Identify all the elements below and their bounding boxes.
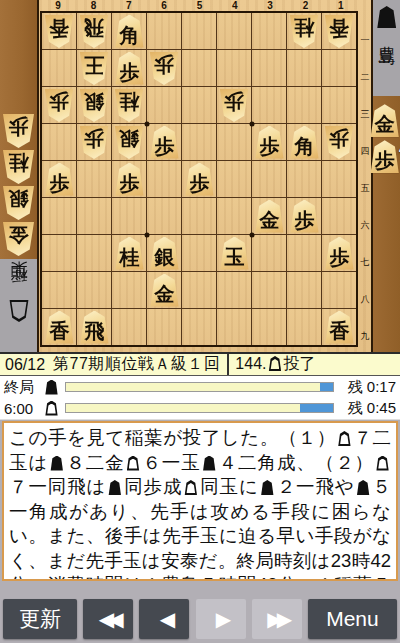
square-21: 桂 <box>287 13 321 49</box>
square-12 <box>322 50 356 86</box>
square-47: 玉 <box>217 235 251 271</box>
square-86 <box>77 198 111 234</box>
piece-pawn-sente: 歩 <box>370 140 400 173</box>
event-title: 第77期順位戦Ａ級１回 <box>53 354 220 375</box>
white-koma-icon <box>338 431 351 446</box>
time-remaining-fill <box>300 404 333 412</box>
gote-hand-pawn: 歩 <box>2 114 35 148</box>
square-37 <box>252 235 286 271</box>
star-point <box>250 233 255 238</box>
square-66 <box>147 198 181 234</box>
update-button[interactable]: 更新 <box>3 599 77 639</box>
current-move: 144.投了 <box>235 354 315 375</box>
piece-rook-sente: 飛 <box>79 311 109 344</box>
rank-label-9: 九 <box>358 318 371 355</box>
rank-label-1: 一 <box>358 22 371 59</box>
sente-player-name: 豊島 <box>375 32 398 38</box>
sente-hand-gold: 金 <box>374 104 400 137</box>
square-91: 香 <box>42 13 76 49</box>
file-label-5: 5 <box>182 0 217 11</box>
square-33 <box>252 87 286 123</box>
square-24: 角 <box>287 124 321 160</box>
square-44 <box>217 124 251 160</box>
piece-knight-gote: 桂 <box>114 89 144 122</box>
square-72: 歩 <box>112 50 146 86</box>
piece-pawn-gote: 歩 <box>79 126 109 159</box>
file-label-7: 7 <box>111 0 146 11</box>
fast-rewind-button[interactable]: ◀◀ <box>83 599 133 639</box>
square-31 <box>252 13 286 49</box>
rank-label-4: 四 <box>358 133 371 170</box>
time-remaining-text: 残 0:17 <box>342 378 396 397</box>
piece-king-gote: 王 <box>79 52 109 85</box>
piece-knight-gote: 桂 <box>289 15 319 48</box>
file-label-3: 3 <box>252 0 287 11</box>
piece-pawn-sente: 歩 <box>289 200 319 233</box>
square-26: 歩 <box>287 198 321 234</box>
sente-nameplate: 豊島 <box>375 6 399 38</box>
piece-gold-sente: 金 <box>254 200 284 233</box>
square-62: 歩 <box>147 50 181 86</box>
square-15 <box>322 161 356 197</box>
rank-label-6: 六 <box>358 207 371 244</box>
piece-pawn-gote: 歩 <box>324 126 354 159</box>
square-64: 歩 <box>147 124 181 160</box>
file-label-8: 8 <box>76 0 111 11</box>
piece-pawn-sente: 歩 <box>184 163 214 196</box>
piece-pawn-sente: 歩 <box>324 237 354 270</box>
square-59 <box>182 309 216 345</box>
square-65 <box>147 161 181 197</box>
square-61 <box>147 13 181 49</box>
square-48 <box>217 272 251 308</box>
piece-pawn-gote: 歩 <box>2 114 35 148</box>
step-back-button[interactable]: ◀ <box>139 599 189 639</box>
piece-rook-gote: 飛 <box>79 15 109 48</box>
square-95: 歩 <box>42 161 76 197</box>
square-82: 王 <box>77 50 111 86</box>
square-99: 香 <box>42 309 76 345</box>
step-forward-button[interactable]: ▶ <box>196 599 246 639</box>
square-43: 歩 <box>217 87 251 123</box>
square-81: 飛 <box>77 13 111 49</box>
clock-label: 6:00 <box>4 400 43 417</box>
square-19: 香 <box>322 309 356 345</box>
square-98 <box>42 272 76 308</box>
piece-lance-sente: 香 <box>324 311 354 344</box>
star-point <box>145 233 150 238</box>
square-34: 歩 <box>252 124 286 160</box>
white-koma-icon <box>45 401 58 416</box>
time-remaining-text: 残 0:45 <box>342 399 396 418</box>
black-koma-icon <box>108 480 121 495</box>
piece-lance-sente: 香 <box>44 311 74 344</box>
square-57 <box>182 235 216 271</box>
piece-bishop-sente: 角 <box>114 15 144 48</box>
square-49 <box>217 309 251 345</box>
piece-silver-gote: 銀 <box>2 186 35 220</box>
rank-label-3: 三 <box>358 96 371 133</box>
square-16 <box>322 198 356 234</box>
piece-pawn-sente: 歩 <box>44 163 74 196</box>
square-77: 桂 <box>112 235 146 271</box>
white-koma-icon <box>268 356 281 371</box>
gote-player-name: 稲葉 <box>7 290 30 296</box>
square-63 <box>147 87 181 123</box>
square-88 <box>77 272 111 308</box>
square-89: 飛 <box>77 309 111 345</box>
sente-hand-pawn: 歩4 <box>374 140 400 173</box>
piece-knight-sente: 桂 <box>114 237 144 270</box>
square-68: 金 <box>147 272 181 308</box>
time-used-bar <box>65 382 334 392</box>
square-69 <box>147 309 181 345</box>
square-18 <box>322 272 356 308</box>
black-koma-icon <box>377 6 397 28</box>
file-coordinates: 987654321 <box>40 0 358 11</box>
rank-label-7: 七 <box>358 244 371 281</box>
gote-hand-gold: 金 <box>2 222 35 256</box>
white-koma-icon <box>376 456 389 471</box>
clock-row-sente: 終局残 0:17 <box>0 378 400 396</box>
piece-gold-sente: 金 <box>149 274 179 307</box>
rank-label-2: 二 <box>358 59 371 96</box>
square-25 <box>287 161 321 197</box>
square-92 <box>42 50 76 86</box>
time-remaining-fill <box>320 383 333 391</box>
game-date: 06/12 <box>5 356 45 374</box>
square-27 <box>287 235 321 271</box>
square-32 <box>252 50 286 86</box>
gote-nameplate: 稲葉 <box>7 290 31 322</box>
board-wrap: 香飛角桂香王歩歩歩銀桂歩歩銀歩歩角歩歩歩歩金歩桂銀玉歩金香飛香 <box>40 11 358 355</box>
black-koma-icon <box>203 456 216 471</box>
commentary-text[interactable]: この手を見て稲葉が投了した。（１）７二玉は８二金６一玉４二角成、（２）７一同飛は… <box>2 421 398 581</box>
square-14: 歩 <box>322 124 356 160</box>
square-83: 銀 <box>77 87 111 123</box>
square-22 <box>287 50 321 86</box>
gote-captured-tray: 歩桂銀金 <box>0 0 37 259</box>
white-koma-icon <box>184 480 197 495</box>
square-11: 香 <box>322 13 356 49</box>
menu-button[interactable]: Menu <box>308 599 397 639</box>
clock-label: 終局 <box>4 378 43 397</box>
board-panel: 987654321 香飛角桂香王歩歩歩銀桂歩歩銀歩歩角歩歩歩歩金歩桂銀玉歩金香飛… <box>37 0 373 352</box>
gote-nameplate-area: 稲葉 <box>0 259 37 352</box>
square-58 <box>182 272 216 308</box>
square-74: 銀 <box>112 124 146 160</box>
toolbar: 更新◀◀◀▶▶▶Menu <box>0 581 400 643</box>
white-koma-icon <box>9 300 29 322</box>
time-used-bar <box>65 403 334 413</box>
rank-coordinates: 一二三四五六七八九 <box>358 22 371 355</box>
file-label-4: 4 <box>217 0 252 11</box>
file-label-6: 6 <box>146 0 181 11</box>
square-84: 歩 <box>77 124 111 160</box>
black-koma-icon <box>261 480 274 495</box>
square-67: 銀 <box>147 235 181 271</box>
piece-pawn-sente: 歩 <box>114 163 144 196</box>
fast-forward-button[interactable]: ▶▶ <box>252 599 302 639</box>
square-85 <box>77 161 111 197</box>
piece-pawn-sente: 歩 <box>254 126 284 159</box>
sente-nameplate-area: 豊島 <box>373 0 400 96</box>
square-55: 歩 <box>182 161 216 197</box>
white-koma-icon <box>127 456 140 471</box>
piece-pawn-sente: 歩 <box>149 126 179 159</box>
square-71: 角 <box>112 13 146 49</box>
square-53 <box>182 87 216 123</box>
clock-section: 終局残 0:176:00残 0:45 <box>0 376 400 420</box>
square-35 <box>252 161 286 197</box>
square-23 <box>287 87 321 123</box>
star-point <box>250 122 255 127</box>
square-73: 桂 <box>112 87 146 123</box>
square-41 <box>217 13 251 49</box>
square-75: 歩 <box>112 161 146 197</box>
square-52 <box>182 50 216 86</box>
shogi-board: 香飛角桂香王歩歩歩銀桂歩歩銀歩歩角歩歩歩歩金歩桂銀玉歩金香飛香 <box>40 11 358 347</box>
square-39 <box>252 309 286 345</box>
square-46 <box>217 198 251 234</box>
square-17: 歩 <box>322 235 356 271</box>
rank-label-8: 八 <box>358 281 371 318</box>
piece-pawn-gote: 歩 <box>149 52 179 85</box>
piece-silver-gote: 銀 <box>79 89 109 122</box>
piece-pawn-sente: 歩 <box>114 52 144 85</box>
square-45 <box>217 161 251 197</box>
piece-pawn-gote: 歩 <box>219 89 249 122</box>
square-78 <box>112 272 146 308</box>
rank-label-5: 五 <box>358 170 371 207</box>
square-79 <box>112 309 146 345</box>
piece-silver-sente: 銀 <box>149 237 179 270</box>
shogi-app-screen: 歩桂銀金 稲葉 987654321 香飛角桂香王歩歩歩銀桂歩歩銀歩歩角歩歩歩歩金… <box>0 0 400 643</box>
square-76 <box>112 198 146 234</box>
black-koma-icon <box>45 380 58 395</box>
square-51 <box>182 13 216 49</box>
square-97 <box>42 235 76 271</box>
gote-hand-knight: 桂 <box>2 150 35 184</box>
square-94 <box>42 124 76 160</box>
square-56 <box>182 198 216 234</box>
piece-silver-gote: 銀 <box>114 126 144 159</box>
sente-captured-tray: 金歩4 <box>373 96 400 352</box>
file-label-2: 2 <box>288 0 323 11</box>
square-96 <box>42 198 76 234</box>
square-42 <box>217 50 251 86</box>
file-label-1: 1 <box>323 0 358 11</box>
piece-lance-gote: 香 <box>44 15 74 48</box>
square-54 <box>182 124 216 160</box>
clock-row-gote: 6:00残 0:45 <box>0 399 400 417</box>
piece-lance-gote: 香 <box>324 15 354 48</box>
square-28 <box>287 272 321 308</box>
status-bar: 06/12 第77期順位戦Ａ級１回 144.投了 <box>0 352 400 376</box>
piece-pawn-gote: 歩 <box>44 89 74 122</box>
square-38 <box>252 272 286 308</box>
square-93: 歩 <box>42 87 76 123</box>
sente-side-panel: 豊島 金歩4 <box>373 0 400 352</box>
piece-knight-gote: 桂 <box>2 150 35 184</box>
piece-gold-gote: 金 <box>2 222 35 256</box>
black-koma-icon <box>50 456 63 471</box>
file-label-9: 9 <box>40 0 75 11</box>
piece-king-sente: 玉 <box>219 237 249 270</box>
gote-side-panel: 歩桂銀金 稲葉 <box>0 0 37 352</box>
piece-bishop-sente: 角 <box>289 126 319 159</box>
square-36: 金 <box>252 198 286 234</box>
piece-gold-sente: 金 <box>370 104 400 137</box>
square-87 <box>77 235 111 271</box>
square-13 <box>322 87 356 123</box>
black-koma-icon <box>357 480 370 495</box>
gote-hand-silver: 銀 <box>2 186 35 220</box>
divider <box>227 354 229 375</box>
board-section: 歩桂銀金 稲葉 987654321 香飛角桂香王歩歩歩銀桂歩歩銀歩歩角歩歩歩歩金… <box>0 0 400 352</box>
star-point <box>145 122 150 127</box>
square-29 <box>287 309 321 345</box>
